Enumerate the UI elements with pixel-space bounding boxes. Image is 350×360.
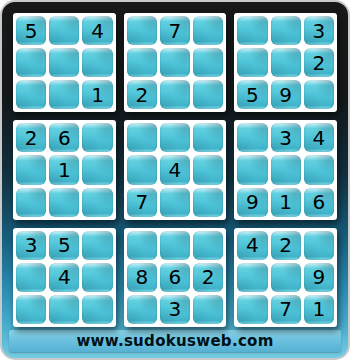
cell-r7c3[interactable] [82,231,112,260]
cell-r3c4[interactable]: 2 [127,80,157,109]
cell-r6c5[interactable] [160,188,190,217]
cell-r2c7[interactable] [237,48,267,77]
cell-r2c4[interactable] [127,48,157,77]
cell-r4c4[interactable] [127,123,157,152]
box-3: 3259 [234,13,337,112]
cell-r8c6[interactable]: 2 [193,263,223,292]
cell-r9c6[interactable] [193,295,223,324]
cell-r9c8[interactable]: 7 [271,295,301,324]
box-4: 261 [13,120,116,219]
cell-r6c6[interactable] [193,188,223,217]
sudoku-board-frame: 5417232592614734916354862342971 www.sudo… [0,0,350,360]
cell-r7c7[interactable]: 4 [237,231,267,260]
cell-r2c9[interactable]: 2 [304,48,334,77]
box-1: 541 [13,13,116,112]
cell-r9c4[interactable] [127,295,157,324]
cell-r4c2[interactable]: 6 [49,123,79,152]
cell-r6c9[interactable]: 6 [304,188,334,217]
cell-r6c3[interactable] [82,188,112,217]
cell-r5c1[interactable] [16,155,46,184]
footer-bar: www.sudokusweb.com [9,330,341,352]
cell-r5c8[interactable] [271,155,301,184]
cell-r4c6[interactable] [193,123,223,152]
cell-r4c8[interactable]: 3 [271,123,301,152]
cell-r4c1[interactable]: 2 [16,123,46,152]
box-6: 34916 [234,120,337,219]
cell-r3c7[interactable]: 5 [237,80,267,109]
cell-r1c1[interactable]: 5 [16,16,46,45]
cell-r8c1[interactable] [16,263,46,292]
cell-r1c5[interactable]: 7 [160,16,190,45]
cell-r7c5[interactable] [160,231,190,260]
cell-r9c5[interactable]: 3 [160,295,190,324]
cell-r5c2[interactable]: 1 [49,155,79,184]
cell-r8c5[interactable]: 6 [160,263,190,292]
cell-r1c9[interactable]: 3 [304,16,334,45]
cell-r8c9[interactable]: 9 [304,263,334,292]
cell-r8c3[interactable] [82,263,112,292]
box-8: 8623 [124,228,227,327]
cell-r3c2[interactable] [49,80,79,109]
cell-r8c7[interactable] [237,263,267,292]
cell-r1c4[interactable] [127,16,157,45]
cell-r5c6[interactable] [193,155,223,184]
cell-r6c7[interactable]: 9 [237,188,267,217]
cell-r6c8[interactable]: 1 [271,188,301,217]
cell-r6c4[interactable]: 7 [127,188,157,217]
cell-r2c3[interactable] [82,48,112,77]
cell-r5c9[interactable] [304,155,334,184]
cell-r5c7[interactable] [237,155,267,184]
cell-r6c2[interactable] [49,188,79,217]
cell-r5c5[interactable]: 4 [160,155,190,184]
cell-r3c3[interactable]: 1 [82,80,112,109]
sudoku-grid: 5417232592614734916354862342971 [13,13,337,327]
cell-r3c5[interactable] [160,80,190,109]
cell-r2c5[interactable] [160,48,190,77]
cell-r4c3[interactable] [82,123,112,152]
box-7: 354 [13,228,116,327]
box-2: 72 [124,13,227,112]
cell-r7c8[interactable]: 2 [271,231,301,260]
cell-r8c2[interactable]: 4 [49,263,79,292]
cell-r3c9[interactable] [304,80,334,109]
cell-r7c2[interactable]: 5 [49,231,79,260]
cell-r9c3[interactable] [82,295,112,324]
cell-r7c1[interactable]: 3 [16,231,46,260]
cell-r1c8[interactable] [271,16,301,45]
cell-r7c4[interactable] [127,231,157,260]
cell-r6c1[interactable] [16,188,46,217]
cell-r1c2[interactable] [49,16,79,45]
cell-r9c9[interactable]: 1 [304,295,334,324]
cell-r9c7[interactable] [237,295,267,324]
box-5: 47 [124,120,227,219]
box-9: 42971 [234,228,337,327]
cell-r2c1[interactable] [16,48,46,77]
cell-r5c4[interactable] [127,155,157,184]
cell-r2c2[interactable] [49,48,79,77]
cell-r2c8[interactable] [271,48,301,77]
cell-r3c6[interactable] [193,80,223,109]
cell-r9c2[interactable] [49,295,79,324]
cell-r3c8[interactable]: 9 [271,80,301,109]
site-url-link[interactable]: www.sudokusweb.com [76,332,273,350]
cell-r1c3[interactable]: 4 [82,16,112,45]
cell-r4c9[interactable]: 4 [304,123,334,152]
cell-r4c5[interactable] [160,123,190,152]
cell-r7c9[interactable] [304,231,334,260]
cell-r8c4[interactable]: 8 [127,263,157,292]
cell-r1c6[interactable] [193,16,223,45]
cell-r9c1[interactable] [16,295,46,324]
cell-r2c6[interactable] [193,48,223,77]
cell-r3c1[interactable] [16,80,46,109]
cell-r1c7[interactable] [237,16,267,45]
cell-r5c3[interactable] [82,155,112,184]
cell-r4c7[interactable] [237,123,267,152]
cell-r8c8[interactable] [271,263,301,292]
cell-r7c6[interactable] [193,231,223,260]
